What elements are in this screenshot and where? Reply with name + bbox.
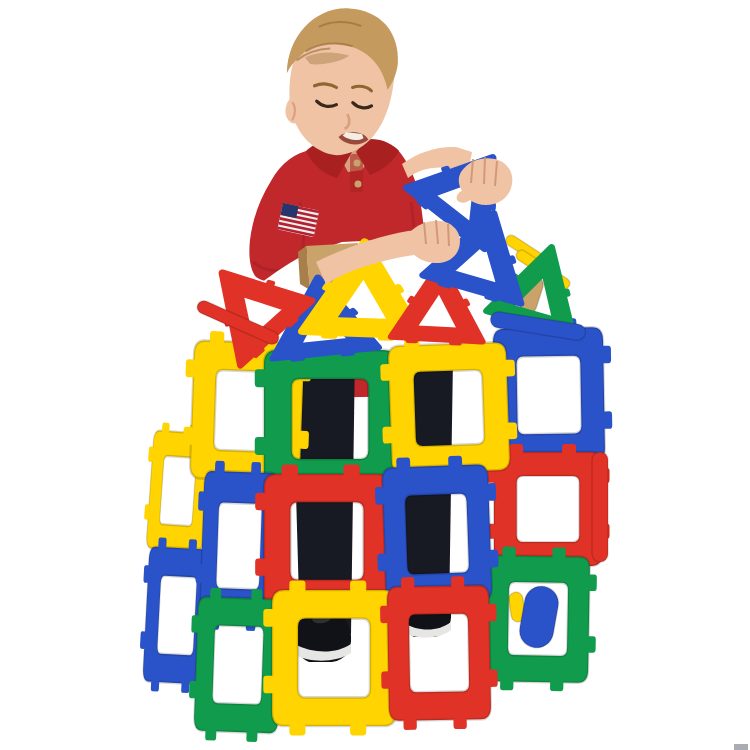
shirt-button-2 — [355, 181, 362, 188]
side-edge-red — [592, 452, 608, 562]
shirt-button-1 — [354, 160, 361, 167]
watermark-artifact — [734, 744, 748, 750]
photo-stage — [0, 0, 750, 750]
scene — [0, 0, 750, 750]
